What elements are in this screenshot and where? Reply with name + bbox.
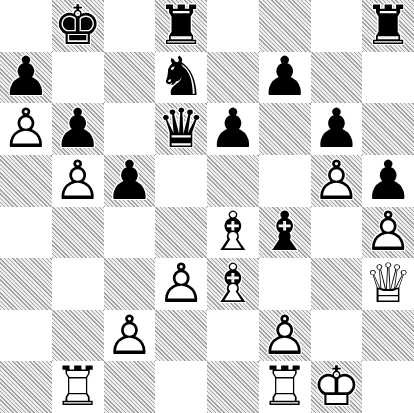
piece-white-rook[interactable]: ♜♖	[52, 361, 104, 413]
square-h8[interactable]: ♜	[362, 0, 414, 52]
square-e3[interactable]: ♝♗	[207, 258, 259, 310]
piece-black-rook[interactable]: ♜	[155, 0, 207, 52]
square-h7[interactable]	[362, 52, 414, 104]
piece-white-queen[interactable]: ♛♕	[362, 258, 414, 310]
square-e1[interactable]	[207, 361, 259, 413]
square-b1[interactable]: ♜♖	[52, 361, 104, 413]
square-a1[interactable]	[0, 361, 52, 413]
square-b3[interactable]	[52, 258, 104, 310]
piece-black-pawn[interactable]: ♟	[104, 155, 156, 207]
square-a2[interactable]	[0, 310, 52, 362]
square-b2[interactable]	[52, 310, 104, 362]
square-e2[interactable]	[207, 310, 259, 362]
square-d7[interactable]: ♞	[155, 52, 207, 104]
piece-black-pawn[interactable]: ♟	[52, 103, 104, 155]
white-pawn-outline: ♙	[259, 310, 311, 362]
square-h1[interactable]	[362, 361, 414, 413]
white-pawn-outline: ♙	[362, 207, 414, 259]
square-h6[interactable]	[362, 103, 414, 155]
white-pawn-outline: ♙	[155, 258, 207, 310]
white-pawn-outline: ♙	[104, 310, 156, 362]
square-b8[interactable]: ♚	[52, 0, 104, 52]
square-d8[interactable]: ♜	[155, 0, 207, 52]
piece-white-king[interactable]: ♚♔	[311, 361, 363, 413]
piece-white-bishop[interactable]: ♝♗	[207, 207, 259, 259]
square-g4[interactable]	[311, 207, 363, 259]
square-d3[interactable]: ♟♙	[155, 258, 207, 310]
square-b7[interactable]	[52, 52, 104, 104]
piece-white-pawn[interactable]: ♟♙	[52, 155, 104, 207]
square-g3[interactable]	[311, 258, 363, 310]
square-e4[interactable]: ♝♗	[207, 207, 259, 259]
square-e7[interactable]	[207, 52, 259, 104]
square-g8[interactable]	[311, 0, 363, 52]
square-e6[interactable]: ♟	[207, 103, 259, 155]
square-a3[interactable]	[0, 258, 52, 310]
square-c1[interactable]	[104, 361, 156, 413]
square-c5[interactable]: ♟	[104, 155, 156, 207]
square-a4[interactable]	[0, 207, 52, 259]
piece-white-pawn[interactable]: ♟♙	[362, 207, 414, 259]
piece-black-pawn[interactable]: ♟	[311, 103, 363, 155]
square-f4[interactable]: ♝	[259, 207, 311, 259]
piece-white-rook[interactable]: ♜♖	[259, 361, 311, 413]
piece-white-bishop[interactable]: ♝♗	[207, 258, 259, 310]
white-pawn-outline: ♙	[311, 155, 363, 207]
square-g2[interactable]	[311, 310, 363, 362]
square-d2[interactable]	[155, 310, 207, 362]
white-bishop-outline: ♗	[207, 207, 259, 259]
piece-black-king[interactable]: ♚	[52, 0, 104, 52]
square-h4[interactable]: ♟♙	[362, 207, 414, 259]
square-f3[interactable]	[259, 258, 311, 310]
piece-white-pawn[interactable]: ♟♙	[0, 103, 52, 155]
square-f8[interactable]	[259, 0, 311, 52]
square-h5[interactable]: ♟	[362, 155, 414, 207]
square-g7[interactable]	[311, 52, 363, 104]
square-f5[interactable]	[259, 155, 311, 207]
square-d5[interactable]	[155, 155, 207, 207]
piece-black-knight[interactable]: ♞	[155, 52, 207, 104]
square-d4[interactable]	[155, 207, 207, 259]
piece-black-bishop[interactable]: ♝	[259, 207, 311, 259]
white-pawn-outline: ♙	[0, 103, 52, 155]
piece-black-pawn[interactable]: ♟	[362, 155, 414, 207]
square-e8[interactable]	[207, 0, 259, 52]
piece-white-pawn[interactable]: ♟♙	[155, 258, 207, 310]
square-c7[interactable]	[104, 52, 156, 104]
piece-white-pawn[interactable]: ♟♙	[311, 155, 363, 207]
white-king-outline: ♔	[311, 361, 363, 413]
square-b6[interactable]: ♟	[52, 103, 104, 155]
piece-white-pawn[interactable]: ♟♙	[104, 310, 156, 362]
piece-black-pawn[interactable]: ♟	[0, 52, 52, 104]
square-c8[interactable]	[104, 0, 156, 52]
square-f6[interactable]	[259, 103, 311, 155]
square-g5[interactable]: ♟♙	[311, 155, 363, 207]
piece-black-queen[interactable]: ♛	[155, 103, 207, 155]
square-a6[interactable]: ♟♙	[0, 103, 52, 155]
square-g1[interactable]: ♚♔	[311, 361, 363, 413]
square-c3[interactable]	[104, 258, 156, 310]
square-d1[interactable]	[155, 361, 207, 413]
square-g6[interactable]: ♟	[311, 103, 363, 155]
piece-white-pawn[interactable]: ♟♙	[259, 310, 311, 362]
piece-black-rook[interactable]: ♜	[362, 0, 414, 52]
white-rook-outline: ♖	[259, 361, 311, 413]
square-c4[interactable]	[104, 207, 156, 259]
square-c6[interactable]	[104, 103, 156, 155]
square-f2[interactable]: ♟♙	[259, 310, 311, 362]
piece-black-pawn[interactable]: ♟	[207, 103, 259, 155]
white-bishop-outline: ♗	[207, 258, 259, 310]
white-queen-outline: ♕	[362, 258, 414, 310]
square-e5[interactable]	[207, 155, 259, 207]
chess-board: ♚♜♜♟♞♟♟♙♟♛♟♟♟♙♟♟♙♟♝♗♝♟♙♟♙♝♗♛♕♟♙♟♙♜♖♜♖♚♔	[0, 0, 414, 413]
square-h3[interactable]: ♛♕	[362, 258, 414, 310]
square-d6[interactable]: ♛	[155, 103, 207, 155]
square-c2[interactable]: ♟♙	[104, 310, 156, 362]
square-f1[interactable]: ♜♖	[259, 361, 311, 413]
square-a7[interactable]: ♟	[0, 52, 52, 104]
square-h2[interactable]	[362, 310, 414, 362]
white-rook-outline: ♖	[52, 361, 104, 413]
white-pawn-outline: ♙	[52, 155, 104, 207]
square-b5[interactable]: ♟♙	[52, 155, 104, 207]
square-a8[interactable]	[0, 0, 52, 52]
square-a5[interactable]	[0, 155, 52, 207]
piece-black-pawn[interactable]: ♟	[259, 52, 311, 104]
square-b4[interactable]	[52, 207, 104, 259]
square-f7[interactable]: ♟	[259, 52, 311, 104]
